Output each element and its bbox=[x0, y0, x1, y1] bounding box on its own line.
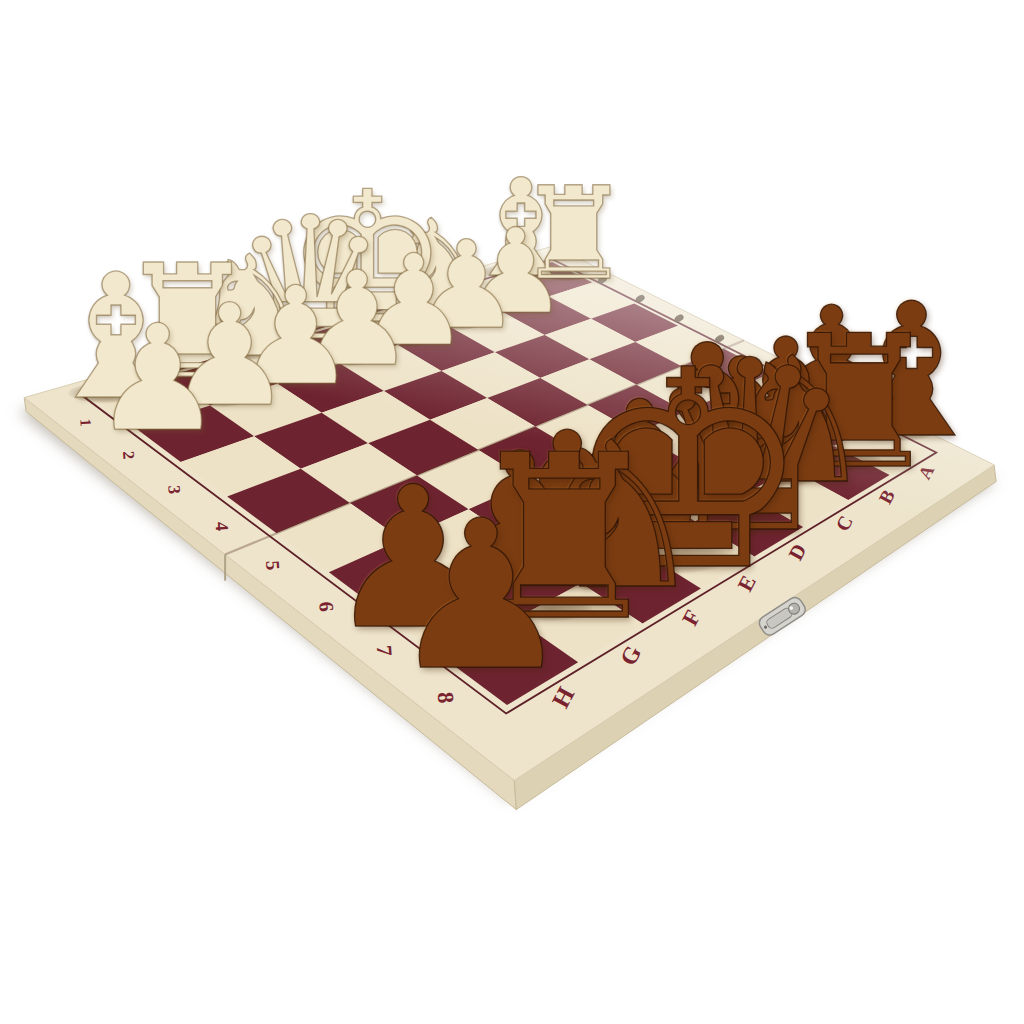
chess-board: 12345678ABCDEFGH bbox=[0, 0, 1024, 1024]
chess-set-product-photo: 12345678ABCDEFGH ♝♜♞♟♚♟♛♟♞♟♜♟♝♟♟♟♝♟♜♟♞♝♟… bbox=[0, 0, 1024, 1024]
